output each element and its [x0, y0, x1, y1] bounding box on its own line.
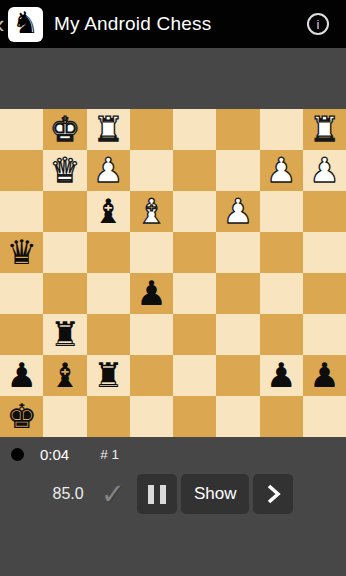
board-square[interactable]: ♟: [0, 355, 43, 396]
page-title: My Android Chess: [54, 13, 211, 35]
board-square[interactable]: ♟: [303, 355, 346, 396]
problem-number-label: # 1: [100, 447, 119, 462]
black-bishop: ♝: [50, 358, 80, 392]
white-bishop: ♝: [136, 194, 166, 228]
board-square[interactable]: ♜: [87, 355, 130, 396]
black-pawn: ♟: [309, 358, 339, 392]
board-square[interactable]: [173, 150, 216, 191]
clock-value: 0:04: [40, 446, 69, 463]
white-pawn: ♟: [266, 153, 296, 187]
board-square[interactable]: [216, 314, 259, 355]
controls-row: 85.0 ✓ Show: [0, 474, 346, 514]
pause-icon: [148, 485, 154, 504]
board-square[interactable]: [0, 191, 43, 232]
board-square[interactable]: [173, 314, 216, 355]
black-pawn: ♟: [136, 276, 166, 310]
board-square[interactable]: ♝: [130, 191, 173, 232]
info-icon[interactable]: i: [307, 13, 329, 35]
black-queen: ♛: [6, 235, 36, 269]
board-square[interactable]: [0, 314, 43, 355]
board-square[interactable]: [260, 109, 303, 150]
black-bishop: ♝: [93, 194, 123, 228]
board-square[interactable]: [303, 396, 346, 437]
board-square[interactable]: ♟: [260, 355, 303, 396]
board-square[interactable]: [303, 273, 346, 314]
board-square[interactable]: [130, 355, 173, 396]
pause-icon: [160, 485, 166, 504]
board-square[interactable]: [130, 109, 173, 150]
board-square[interactable]: [43, 396, 86, 437]
board-square[interactable]: [87, 232, 130, 273]
black-pawn: ♟: [6, 358, 36, 392]
show-button[interactable]: Show: [181, 474, 250, 514]
board-square[interactable]: ♟: [260, 150, 303, 191]
board-square[interactable]: [130, 150, 173, 191]
board-square[interactable]: [216, 273, 259, 314]
board-square[interactable]: [43, 273, 86, 314]
board-square[interactable]: ♜: [87, 109, 130, 150]
board-square[interactable]: [130, 396, 173, 437]
app-logo: ♞: [8, 7, 43, 42]
board-square[interactable]: ♝: [43, 355, 86, 396]
board-square[interactable]: ♛: [43, 150, 86, 191]
board-square[interactable]: [260, 191, 303, 232]
board-square[interactable]: [130, 232, 173, 273]
board-square[interactable]: [216, 355, 259, 396]
board-square[interactable]: [260, 273, 303, 314]
board-square[interactable]: [130, 314, 173, 355]
board-square[interactable]: [173, 396, 216, 437]
white-queen: ♛: [50, 153, 80, 187]
white-pawn: ♟: [223, 194, 253, 228]
black-rook: ♜: [50, 317, 80, 351]
board-square[interactable]: ♚: [0, 396, 43, 437]
black-turn-indicator-icon: [11, 448, 24, 461]
app-bar: ‹ ♞ My Android Chess i: [0, 0, 346, 48]
pause-button[interactable]: [137, 474, 177, 514]
board-square[interactable]: ♟: [87, 150, 130, 191]
chess-board[interactable]: ♚♜♜♛♟♟♟♝♝♟♛♟♜♟♝♜♟♟♚: [0, 109, 346, 437]
black-pawn: ♟: [266, 358, 296, 392]
board-square[interactable]: ♛: [0, 232, 43, 273]
black-rook: ♜: [93, 358, 123, 392]
checkmark-icon: ✓: [101, 480, 125, 509]
board-square[interactable]: ♟: [216, 191, 259, 232]
board-square[interactable]: [87, 396, 130, 437]
status-row: 0:04 # 1: [0, 437, 346, 465]
white-pawn: ♟: [93, 153, 123, 187]
board-square[interactable]: [216, 232, 259, 273]
board-square[interactable]: [173, 273, 216, 314]
board-square[interactable]: ♝: [87, 191, 130, 232]
score-value: 85.0: [53, 485, 84, 503]
board-square[interactable]: [87, 314, 130, 355]
next-button[interactable]: [253, 474, 293, 514]
board-square[interactable]: [216, 150, 259, 191]
black-king: ♚: [6, 399, 36, 433]
white-king: ♚: [50, 112, 80, 146]
board-square[interactable]: ♜: [43, 314, 86, 355]
board-square[interactable]: [216, 109, 259, 150]
board-square[interactable]: [303, 191, 346, 232]
board-square[interactable]: ♟: [130, 273, 173, 314]
knight-logo-icon: ♞: [12, 8, 39, 38]
board-square[interactable]: [303, 314, 346, 355]
board-square[interactable]: [87, 273, 130, 314]
chevron-right-icon: [265, 483, 282, 505]
white-rook: ♜: [309, 112, 339, 146]
board-square[interactable]: ♚: [43, 109, 86, 150]
white-pawn: ♟: [309, 153, 339, 187]
white-rook: ♜: [93, 112, 123, 146]
board-square[interactable]: [303, 232, 346, 273]
board-square[interactable]: [173, 232, 216, 273]
board-square[interactable]: [0, 109, 43, 150]
board-square[interactable]: [173, 355, 216, 396]
board-square[interactable]: [260, 314, 303, 355]
board-square[interactable]: [260, 396, 303, 437]
board-square[interactable]: [173, 109, 216, 150]
board-square[interactable]: [216, 396, 259, 437]
board-square[interactable]: [260, 232, 303, 273]
board-square[interactable]: [0, 273, 43, 314]
board-square[interactable]: [43, 232, 86, 273]
back-chevron-icon[interactable]: ‹: [0, 11, 5, 37]
board-square[interactable]: [173, 191, 216, 232]
board-square[interactable]: [0, 150, 43, 191]
board-square[interactable]: [43, 191, 86, 232]
board-square[interactable]: ♜: [303, 109, 346, 150]
board-square[interactable]: ♟: [303, 150, 346, 191]
